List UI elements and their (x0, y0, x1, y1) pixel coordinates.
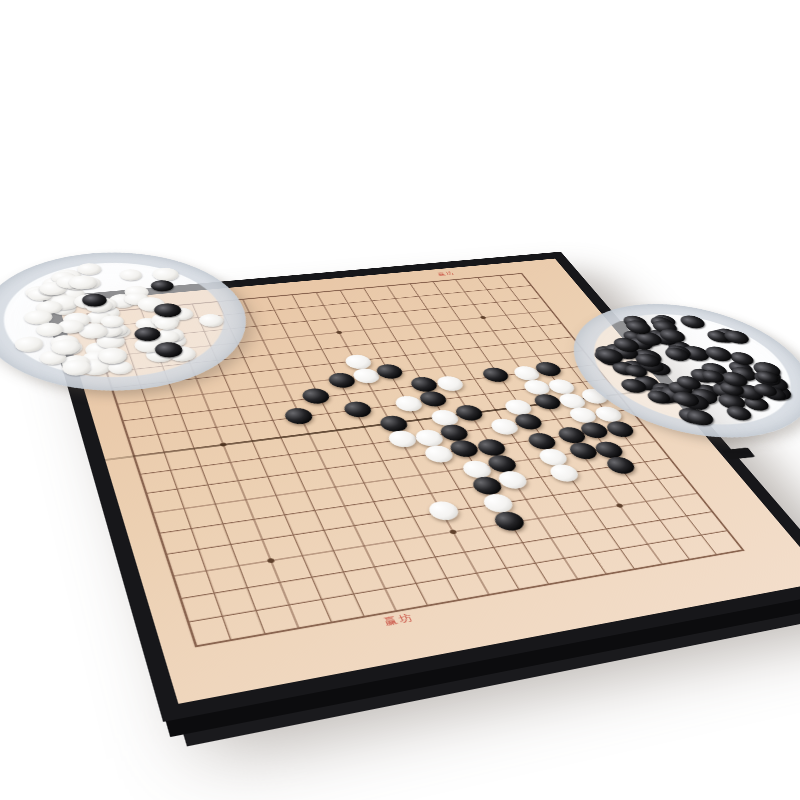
black-stone-in-bowl[interactable] (682, 409, 718, 427)
board-latch-bottom (722, 447, 755, 459)
black-stone-in-bowl[interactable] (677, 315, 709, 330)
go-board: 赢坊 赢坊 (42, 252, 800, 722)
white-stone-in-bowl[interactable] (13, 335, 45, 353)
go-set-product-photo: 赢坊 赢坊 (0, 0, 800, 800)
black-stone-in-bowl[interactable] (149, 279, 175, 292)
white-stone-in-bowl[interactable] (197, 313, 226, 328)
white-stone-in-bowl[interactable] (150, 267, 181, 282)
white-stone-in-bowl[interactable] (118, 269, 144, 282)
